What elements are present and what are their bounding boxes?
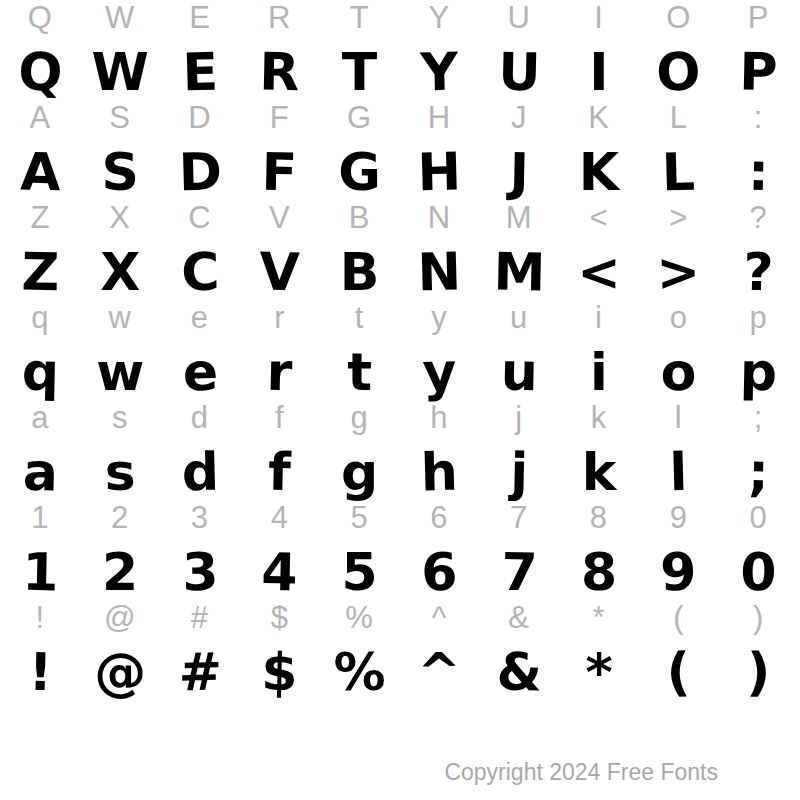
charmap-glyph: o xyxy=(638,346,719,398)
charmap-glyph-row: 1234567890 xyxy=(0,547,798,597)
charmap-glyph: l xyxy=(638,446,719,498)
charmap-label: > xyxy=(638,202,718,234)
charmap-glyph: t xyxy=(319,347,399,397)
charmap-label: B xyxy=(319,202,399,234)
charmap-glyph: G xyxy=(319,147,399,197)
charmap-label-row: !@#$%^&*() xyxy=(0,602,798,634)
charmap-glyph: Z xyxy=(0,246,80,298)
charmap-label: C xyxy=(160,202,240,234)
charmap-label: R xyxy=(239,2,319,34)
charmap-glyph: > xyxy=(638,246,719,298)
charmap-glyph: : xyxy=(718,146,799,198)
charmap-label: 3 xyxy=(160,502,240,534)
charmap-label: r xyxy=(239,302,319,334)
charmap-label: ( xyxy=(638,602,718,634)
charmap-section: !@#$%^&*()!@#$%^&*() xyxy=(0,600,798,700)
charmap-label: A xyxy=(0,102,80,134)
charmap-label: 9 xyxy=(638,502,718,534)
charmap-glyph: L xyxy=(638,146,719,198)
charmap-glyph-row: asdfghjkl; xyxy=(0,447,798,497)
charmap-glyph: F xyxy=(239,146,320,198)
charmap-label: 4 xyxy=(239,502,319,534)
charmap-glyph: ! xyxy=(0,646,80,698)
charmap-section: ASDFGHJKL:ASDFGHJKL: xyxy=(0,100,798,200)
charmap-glyph: 8 xyxy=(559,547,639,597)
charmap-label: 5 xyxy=(319,502,399,534)
charmap-glyph: y xyxy=(398,346,479,398)
charmap-glyph: I xyxy=(559,47,639,97)
charmap-glyph: k xyxy=(559,447,639,497)
charmap-label: p xyxy=(718,302,798,334)
charmap-glyph: ? xyxy=(718,246,799,298)
charmap-label: L xyxy=(638,102,718,134)
charmap-glyph: 9 xyxy=(638,546,719,598)
charmap-glyph: ^ xyxy=(398,646,479,698)
charmap-label: j xyxy=(479,402,559,434)
charmap-glyph-row: QWERTYUIOP xyxy=(0,47,798,97)
charmap-label: I xyxy=(559,2,639,34)
charmap-label: ; xyxy=(718,402,798,434)
charmap-glyph: M xyxy=(478,246,559,298)
charmap-label: # xyxy=(160,602,240,634)
charmap-glyph: U xyxy=(478,46,559,98)
charmap-glyph: S xyxy=(80,147,160,197)
charmap-glyph: 6 xyxy=(398,546,479,598)
charmap-label-row: qwertyuiop xyxy=(0,302,798,334)
charmap-glyph: J xyxy=(478,146,559,198)
charmap-label: K xyxy=(559,102,639,134)
charmap-label-row: QWERTYUIOP xyxy=(0,2,798,34)
charmap-label: & xyxy=(479,602,559,634)
charmap-glyph: V xyxy=(239,246,320,298)
charmap-section: 12345678901234567890 xyxy=(0,500,798,600)
charmap-glyph: g xyxy=(319,447,399,497)
charmap-label: J xyxy=(479,102,559,134)
charmap-label: q xyxy=(0,302,80,334)
charmap-glyph: # xyxy=(159,646,240,698)
charmap-label: e xyxy=(160,302,240,334)
charmap-glyph: p xyxy=(718,346,799,398)
charmap-label: w xyxy=(80,302,160,334)
charmap-label: t xyxy=(319,302,399,334)
charmap-glyph: d xyxy=(159,446,240,498)
charmap-label: 8 xyxy=(559,502,639,534)
charmap-glyph: H xyxy=(398,146,479,198)
charmap-label: y xyxy=(399,302,479,334)
charmap-glyph: i xyxy=(559,347,639,397)
charmap-label: V xyxy=(239,202,319,234)
charmap-glyph: O xyxy=(638,46,719,98)
charmap-label: P xyxy=(718,2,798,34)
charmap-label: h xyxy=(399,402,479,434)
charmap-glyph: r xyxy=(239,346,320,398)
charmap-glyph: 3 xyxy=(159,546,240,598)
charmap-glyph: $ xyxy=(239,646,320,698)
charmap-label: @ xyxy=(80,602,160,634)
charmap-glyph-row: ASDFGHJKL: xyxy=(0,147,798,197)
charmap-glyph: D xyxy=(159,146,240,198)
charmap: QWERTYUIOPQWERTYUIOPASDFGHJKL:ASDFGHJKL:… xyxy=(0,0,798,700)
charmap-label: 7 xyxy=(479,502,559,534)
charmap-glyph: Y xyxy=(398,46,479,98)
charmap-label: O xyxy=(638,2,718,34)
charmap-label: o xyxy=(638,302,718,334)
charmap-glyph: u xyxy=(478,346,559,398)
charmap-glyph: R xyxy=(239,46,320,98)
charmap-glyph: Q xyxy=(0,46,80,98)
charmap-label: : xyxy=(718,102,798,134)
charmap-label: i xyxy=(559,302,639,334)
charmap-label: W xyxy=(80,2,160,34)
charmap-label: f xyxy=(239,402,319,434)
charmap-label: E xyxy=(160,2,240,34)
charmap-label: ! xyxy=(0,602,80,634)
charmap-label: M xyxy=(479,202,559,234)
charmap-glyph: & xyxy=(478,646,559,698)
charmap-label: a xyxy=(0,402,80,434)
charmap-label: 2 xyxy=(80,502,160,534)
charmap-label: X xyxy=(80,202,160,234)
charmap-glyph: A xyxy=(0,146,80,198)
charmap-section: QWERTYUIOPQWERTYUIOP xyxy=(0,0,798,100)
charmap-label: T xyxy=(319,2,399,34)
charmap-label: F xyxy=(239,102,319,134)
charmap-label: l xyxy=(638,402,718,434)
charmap-section: qwertyuiopqwertyuiop xyxy=(0,300,798,400)
charmap-label: Q xyxy=(0,2,80,34)
charmap-glyph: ) xyxy=(718,646,799,698)
charmap-section: ZXCVBNM<>?ZXCVBNM<>? xyxy=(0,200,798,300)
charmap-label: 1 xyxy=(0,502,80,534)
charmap-section: asdfghjkl;asdfghjkl; xyxy=(0,400,798,500)
charmap-label: 0 xyxy=(718,502,798,534)
charmap-label: 6 xyxy=(399,502,479,534)
charmap-glyph: 4 xyxy=(239,546,320,598)
charmap-glyph: j xyxy=(478,446,559,498)
font-specimen-sheet: QWERTYUIOPQWERTYUIOPASDFGHJKL:ASDFGHJKL:… xyxy=(0,0,800,800)
charmap-glyph: 5 xyxy=(319,547,399,597)
charmap-label-row: ASDFGHJKL: xyxy=(0,102,798,134)
charmap-label: % xyxy=(319,602,399,634)
charmap-glyph: C xyxy=(159,246,240,298)
charmap-glyph: * xyxy=(559,647,639,697)
charmap-glyph-row: !@#$%^&*() xyxy=(0,647,798,697)
charmap-label: < xyxy=(559,202,639,234)
charmap-glyph: f xyxy=(239,446,320,498)
charmap-glyph: 2 xyxy=(80,547,160,597)
charmap-glyph: P xyxy=(718,46,799,98)
charmap-label: u xyxy=(479,302,559,334)
charmap-label: ) xyxy=(718,602,798,634)
charmap-glyph: E xyxy=(159,46,240,98)
charmap-label-row: 1234567890 xyxy=(0,502,798,534)
charmap-label: G xyxy=(319,102,399,134)
charmap-glyph: 7 xyxy=(478,546,559,598)
copyright-text: Copyright 2024 Free Fonts xyxy=(444,758,718,786)
charmap-label: s xyxy=(80,402,160,434)
charmap-glyph: 0 xyxy=(718,546,799,598)
charmap-glyph: a xyxy=(0,446,80,498)
charmap-glyph: s xyxy=(80,447,160,497)
charmap-label: g xyxy=(319,402,399,434)
charmap-glyph: N xyxy=(398,246,479,298)
charmap-glyph: < xyxy=(559,247,639,297)
charmap-glyph: h xyxy=(398,446,479,498)
charmap-glyph: w xyxy=(80,347,160,397)
charmap-label: U xyxy=(479,2,559,34)
charmap-glyph: T xyxy=(319,47,399,97)
charmap-label: $ xyxy=(239,602,319,634)
charmap-label: ^ xyxy=(399,602,479,634)
charmap-glyph: X xyxy=(80,247,160,297)
charmap-label: d xyxy=(160,402,240,434)
charmap-label: H xyxy=(399,102,479,134)
charmap-label: S xyxy=(80,102,160,134)
charmap-glyph: B xyxy=(319,247,399,297)
charmap-label: Z xyxy=(0,202,80,234)
charmap-label: Y xyxy=(399,2,479,34)
charmap-glyph-row: qwertyuiop xyxy=(0,347,798,397)
charmap-glyph: ; xyxy=(718,446,799,498)
charmap-label: ? xyxy=(718,202,798,234)
charmap-label: * xyxy=(559,602,639,634)
charmap-label: D xyxy=(160,102,240,134)
charmap-label-row: ZXCVBNM<>? xyxy=(0,202,798,234)
charmap-glyph-row: ZXCVBNM<>? xyxy=(0,247,798,297)
charmap-label: N xyxy=(399,202,479,234)
charmap-glyph: q xyxy=(0,346,80,398)
charmap-label: k xyxy=(559,402,639,434)
charmap-glyph: e xyxy=(159,346,240,398)
charmap-glyph: K xyxy=(559,147,639,197)
charmap-glyph: % xyxy=(319,647,399,697)
charmap-glyph: W xyxy=(80,47,160,97)
charmap-label-row: asdfghjkl; xyxy=(0,402,798,434)
charmap-glyph: @ xyxy=(80,647,160,697)
charmap-glyph: 1 xyxy=(0,546,80,598)
charmap-glyph: ( xyxy=(638,646,719,698)
